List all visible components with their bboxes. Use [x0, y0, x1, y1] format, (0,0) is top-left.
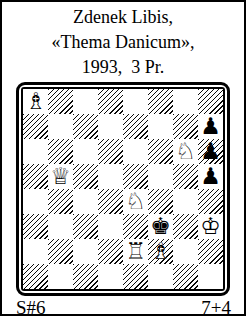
- square-d1: [98, 264, 123, 289]
- white-queen: ♛♕: [48, 164, 73, 189]
- square-b6: [48, 139, 73, 164]
- square-h6: ♟: [198, 139, 223, 164]
- square-b3: [48, 214, 73, 239]
- square-c8: [73, 89, 98, 114]
- square-c4: [73, 189, 98, 214]
- square-c2: [73, 239, 98, 264]
- square-a4: [23, 189, 48, 214]
- square-c6: [73, 139, 98, 164]
- square-a7: [23, 114, 48, 139]
- square-g2: [173, 239, 198, 264]
- square-f2: ♝♗: [148, 239, 173, 264]
- square-f4: [148, 189, 173, 214]
- white-knight: ♞♘: [173, 139, 198, 164]
- square-h1: [198, 264, 223, 289]
- square-h5: ♟: [198, 164, 223, 189]
- board-grid: ♝♗♟♞♘♟♛♕♟♞♘♚♚♔♜♖♝♗: [23, 89, 223, 289]
- square-g1: [173, 264, 198, 289]
- material-count-label: 7+4: [201, 297, 231, 316]
- square-e6: [123, 139, 148, 164]
- square-d2: [98, 239, 123, 264]
- board-outer-frame: ♝♗♟♞♘♟♛♕♟♞♘♚♚♔♜♖♝♗: [16, 82, 230, 296]
- square-a1: [23, 264, 48, 289]
- white-bishop: ♝♗: [148, 239, 173, 264]
- black-king: ♚: [148, 214, 173, 239]
- square-g8: [173, 89, 198, 114]
- square-d4: [98, 189, 123, 214]
- square-e3: [123, 214, 148, 239]
- square-f3: ♚: [148, 214, 173, 239]
- chess-problem-page: { "game": "chess", "title": { "line1": "…: [0, 0, 246, 316]
- square-d6: [98, 139, 123, 164]
- square-c5: [73, 164, 98, 189]
- square-e2: ♜♖: [123, 239, 148, 264]
- square-f5: [148, 164, 173, 189]
- square-g5: [173, 164, 198, 189]
- square-e7: [123, 114, 148, 139]
- square-f7: [148, 114, 173, 139]
- square-e5: [123, 164, 148, 189]
- square-b4: [48, 189, 73, 214]
- black-pawn: ♟: [198, 114, 223, 139]
- square-d7: [98, 114, 123, 139]
- square-g6: ♞♘: [173, 139, 198, 164]
- square-e4: ♞♘: [123, 189, 148, 214]
- square-f1: [148, 264, 173, 289]
- problem-title: Zdenek Libis, «Thema Danicum», 1993, 3 P…: [2, 5, 244, 80]
- caption-row: S#6 7+4: [2, 297, 244, 316]
- black-pawn: ♟: [198, 139, 223, 164]
- title-author: Zdenek Libis,: [2, 5, 244, 30]
- square-g7: [173, 114, 198, 139]
- square-b7: [48, 114, 73, 139]
- square-d8: [98, 89, 123, 114]
- square-d5: [98, 164, 123, 189]
- square-c1: [73, 264, 98, 289]
- white-rook: ♜♖: [123, 239, 148, 264]
- square-h4: [198, 189, 223, 214]
- square-h8: [198, 89, 223, 114]
- square-a8: ♝♗: [23, 89, 48, 114]
- square-b8: [48, 89, 73, 114]
- square-f8: [148, 89, 173, 114]
- square-h2: [198, 239, 223, 264]
- stipulation-label: S#6: [16, 297, 46, 316]
- square-a3: [23, 214, 48, 239]
- square-g4: [173, 189, 198, 214]
- square-e1: [123, 264, 148, 289]
- white-king: ♚♔: [198, 214, 223, 239]
- square-c7: [73, 114, 98, 139]
- square-h7: ♟: [198, 114, 223, 139]
- square-b2: [48, 239, 73, 264]
- white-knight: ♞♘: [123, 189, 148, 214]
- square-a2: [23, 239, 48, 264]
- square-b1: [48, 264, 73, 289]
- square-g3: [173, 214, 198, 239]
- square-c3: [73, 214, 98, 239]
- title-source: «Thema Danicum»,: [2, 30, 244, 55]
- square-e8: [123, 89, 148, 114]
- square-a6: [23, 139, 48, 164]
- square-f6: [148, 139, 173, 164]
- square-d3: [98, 214, 123, 239]
- square-a5: [23, 164, 48, 189]
- square-b5: ♛♕: [48, 164, 73, 189]
- board-inner-frame: ♝♗♟♞♘♟♛♕♟♞♘♚♚♔♜♖♝♗: [21, 87, 225, 291]
- title-year-award: 1993, 3 Pr.: [2, 55, 244, 80]
- white-bishop: ♝♗: [23, 89, 48, 114]
- square-h3: ♚♔: [198, 214, 223, 239]
- black-pawn: ♟: [198, 164, 223, 189]
